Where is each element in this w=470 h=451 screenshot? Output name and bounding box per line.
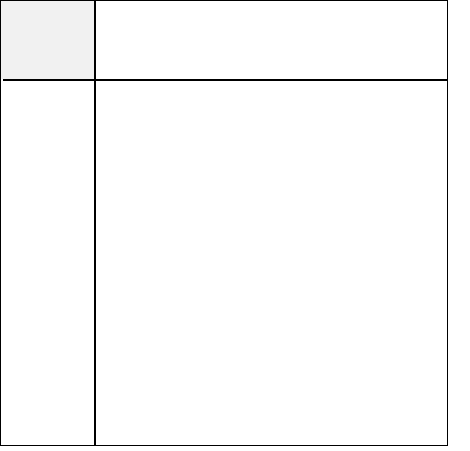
column-clues-grid [94,1,447,79]
nonogram-puzzle [0,0,448,446]
nonogram-page [0,0,470,451]
row-clues-grid [3,79,94,445]
watermark-corner [1,1,94,79]
board-grid [94,79,447,445]
